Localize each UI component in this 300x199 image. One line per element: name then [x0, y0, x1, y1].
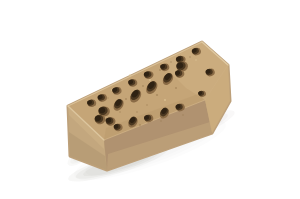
- brick-product-photo: [0, 0, 300, 199]
- brick-photo-svg: [0, 0, 300, 199]
